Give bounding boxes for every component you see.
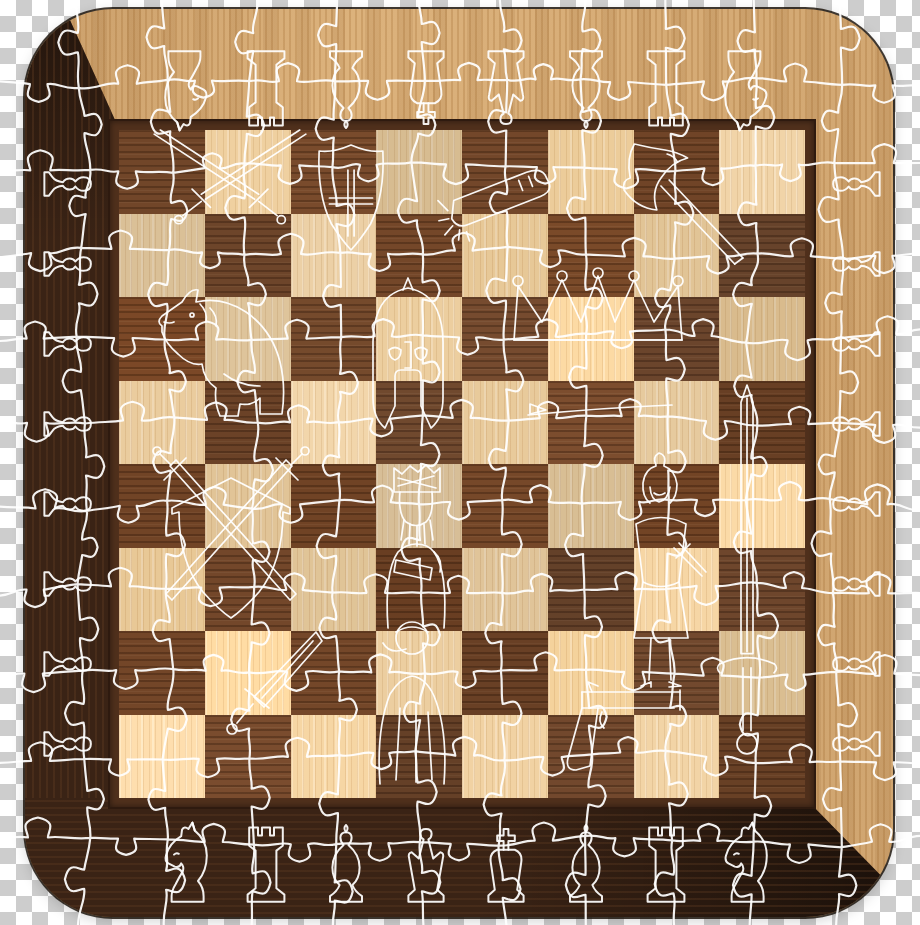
square-b1	[205, 715, 291, 799]
square-h6	[719, 297, 805, 381]
square-f8	[548, 130, 634, 214]
square-h8	[719, 130, 805, 214]
square-d6	[376, 297, 462, 381]
square-g8	[634, 130, 720, 214]
square-a5	[119, 381, 205, 465]
square-b4	[205, 464, 291, 548]
square-b6	[205, 297, 291, 381]
square-h2	[719, 631, 805, 715]
square-c8	[291, 130, 377, 214]
square-c2	[291, 631, 377, 715]
square-e6	[462, 297, 548, 381]
square-f3	[548, 548, 634, 632]
square-g6	[634, 297, 720, 381]
square-g1	[634, 715, 720, 799]
transparency-background	[0, 0, 920, 925]
square-e4	[462, 464, 548, 548]
square-c6	[291, 297, 377, 381]
square-a7	[119, 214, 205, 298]
square-f6	[548, 297, 634, 381]
square-g3	[634, 548, 720, 632]
square-g4	[634, 464, 720, 548]
square-d5	[376, 381, 462, 465]
square-g5	[634, 381, 720, 465]
square-c1	[291, 715, 377, 799]
square-b7	[205, 214, 291, 298]
square-h3	[719, 548, 805, 632]
square-a2	[119, 631, 205, 715]
square-b3	[205, 548, 291, 632]
square-d3	[376, 548, 462, 632]
square-d8	[376, 130, 462, 214]
square-a1	[119, 715, 205, 799]
square-h1	[719, 715, 805, 799]
square-b2	[205, 631, 291, 715]
square-d2	[376, 631, 462, 715]
square-f5	[548, 381, 634, 465]
square-a3	[119, 548, 205, 632]
square-a8	[119, 130, 205, 214]
square-f2	[548, 631, 634, 715]
square-e1	[462, 715, 548, 799]
chessboard-squares	[119, 130, 805, 798]
square-b8	[205, 130, 291, 214]
square-a6	[119, 297, 205, 381]
square-e5	[462, 381, 548, 465]
square-f7	[548, 214, 634, 298]
square-h7	[719, 214, 805, 298]
square-e7	[462, 214, 548, 298]
square-c3	[291, 548, 377, 632]
puzzle-chessboard	[25, 9, 893, 917]
square-e3	[462, 548, 548, 632]
square-b5	[205, 381, 291, 465]
square-g7	[634, 214, 720, 298]
square-e8	[462, 130, 548, 214]
square-a4	[119, 464, 205, 548]
square-h5	[719, 381, 805, 465]
square-f4	[548, 464, 634, 548]
square-g2	[634, 631, 720, 715]
square-e2	[462, 631, 548, 715]
square-d1	[376, 715, 462, 799]
square-f1	[548, 715, 634, 799]
square-d4	[376, 464, 462, 548]
square-c5	[291, 381, 377, 465]
square-c7	[291, 214, 377, 298]
square-d7	[376, 214, 462, 298]
square-c4	[291, 464, 377, 548]
square-h4	[719, 464, 805, 548]
